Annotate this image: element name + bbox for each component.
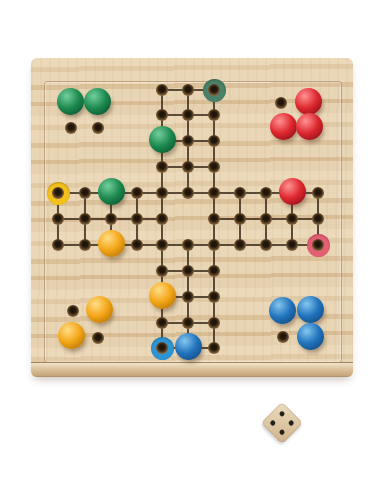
board-hole [260,239,272,251]
blue-peg[interactable] [269,297,296,324]
yellow-peg[interactable] [98,230,125,257]
board-hole [182,187,194,199]
board-hole [208,84,220,96]
board-hole [131,213,143,225]
board-hole [312,213,324,225]
board-hole [208,317,220,329]
board-hole [208,161,220,173]
blue-peg[interactable] [175,333,202,360]
board-hole [182,291,194,303]
yellow-peg[interactable] [58,322,85,349]
green-peg[interactable] [149,126,176,153]
blue-peg[interactable] [297,296,324,323]
board-hole [52,187,64,199]
board-hole [234,187,246,199]
die-pip [278,429,286,437]
board-hole [286,239,298,251]
board-hole [156,187,168,199]
blue-peg[interactable] [297,323,324,350]
board-hole [182,161,194,173]
board-hole [156,265,168,277]
board-hole [182,317,194,329]
board-hole [208,213,220,225]
board-hole [156,84,168,96]
board-hole [156,342,168,354]
board-hole [182,109,194,121]
board-hole [156,239,168,251]
red-peg[interactable] [295,88,322,115]
board-hole [182,84,194,96]
green-peg[interactable] [84,88,111,115]
board-hole [156,213,168,225]
board-hole [208,109,220,121]
board-hole [65,122,77,134]
board-hole [208,135,220,147]
board-hole [105,213,117,225]
board-hole [277,331,289,343]
board-hole [312,239,324,251]
yellow-peg[interactable] [86,296,113,323]
board-hole [92,332,104,344]
board-hole [52,239,64,251]
board-hole [79,187,91,199]
board-hole [286,213,298,225]
board-hole [92,122,104,134]
red-peg[interactable] [270,113,297,140]
board-hole [131,239,143,251]
green-peg[interactable] [57,88,84,115]
board-hole [234,239,246,251]
board-hole [131,187,143,199]
red-peg[interactable] [279,178,306,205]
board-hole [182,265,194,277]
board-hole [182,135,194,147]
board-hole [182,239,194,251]
board-hole [234,213,246,225]
board-hole [312,187,324,199]
yellow-peg[interactable] [149,282,176,309]
board-hole [79,213,91,225]
board-hole [52,213,64,225]
red-peg[interactable] [296,113,323,140]
board-layer [0,0,381,492]
board-hole [208,342,220,354]
board-hole [156,317,168,329]
board-hole [275,97,287,109]
board-hole [208,265,220,277]
board-hole [67,305,79,317]
board-hole [79,239,91,251]
board-hole [260,213,272,225]
board-hole [156,161,168,173]
board-hole [260,187,272,199]
board-hole [208,187,220,199]
scene [0,0,381,492]
green-peg[interactable] [98,178,125,205]
board-hole [156,109,168,121]
board-hole [208,239,220,251]
board-hole [208,291,220,303]
